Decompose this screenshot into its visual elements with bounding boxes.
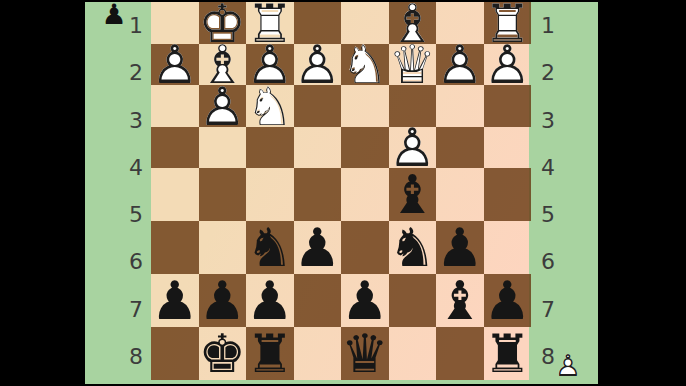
black-knight: ♞ xyxy=(246,221,294,274)
square-r5-c4[interactable] xyxy=(294,168,342,221)
square-r2-c4[interactable]: ♟♙ xyxy=(294,44,342,86)
black-knight: ♞ xyxy=(389,221,437,274)
white-knight-outline: ♘ xyxy=(246,79,294,132)
square-r2-c1[interactable]: ♟♙ xyxy=(151,44,199,86)
square-r8-c1[interactable] xyxy=(151,327,199,380)
chess-board: ♚♔♜♖♝♗♜♖♟♙♝♗♟♙♟♙♞♘♛♕♟♙♟♙♟♙♞♘♟♙♝♞♟♞♟♟♟♟♟♝… xyxy=(151,2,529,380)
white-pawn: ♟♙ xyxy=(151,44,199,86)
white-pawn-outline: ♙ xyxy=(151,38,199,91)
white-pawn: ♟♙ xyxy=(389,127,437,169)
rank-label-left-2: 2 xyxy=(85,49,147,96)
square-r7-c2[interactable]: ♟ xyxy=(199,274,247,327)
square-r2-c7[interactable]: ♟♙ xyxy=(436,44,484,86)
square-r5-c2[interactable] xyxy=(199,168,247,221)
black-rook: ♜ xyxy=(246,327,294,380)
square-r4-c7[interactable] xyxy=(436,127,484,169)
rank-label-right-5: 5 xyxy=(534,191,594,238)
white-knight: ♞♘ xyxy=(246,85,294,127)
rank-labels-right: 12345678 xyxy=(534,2,594,380)
square-r6-c7[interactable]: ♟ xyxy=(436,221,484,274)
square-r2-c6[interactable]: ♛♕ xyxy=(389,44,437,86)
square-r3-c4[interactable] xyxy=(294,85,342,127)
black-pawn: ♟ xyxy=(151,274,199,327)
rank-label-right-8: 8 xyxy=(534,333,594,380)
black-bishop: ♝ xyxy=(389,168,437,221)
white-pawn-outline: ♙ xyxy=(199,79,247,132)
rank-label-left-3: 3 xyxy=(85,97,147,144)
rank-labels-left: 12345678 xyxy=(85,2,147,380)
black-pawn: ♟ xyxy=(294,221,342,274)
square-r4-c4[interactable] xyxy=(294,127,342,169)
square-r3-c1[interactable] xyxy=(151,85,199,127)
black-king: ♚ xyxy=(199,327,247,380)
rank-label-left-5: 5 xyxy=(85,191,147,238)
square-r4-c1[interactable] xyxy=(151,127,199,169)
square-r8-c7[interactable] xyxy=(436,327,484,380)
black-bishop: ♝ xyxy=(436,274,484,327)
rank-label-right-1: 1 xyxy=(534,2,594,49)
video-frame: ♟ ♟ ♙ 12345678 12345678 ♚♔♜♖♝♗♜♖♟♙♝♗♟♙♟♙… xyxy=(0,0,686,386)
white-knight-outline: ♘ xyxy=(341,38,389,91)
square-r5-c3[interactable] xyxy=(246,168,294,221)
rank-label-right-2: 2 xyxy=(534,49,594,96)
black-pawn: ♟ xyxy=(484,274,532,327)
white-pawn: ♟♙ xyxy=(294,44,342,86)
square-r5-c5[interactable] xyxy=(341,168,389,221)
square-r6-c3[interactable]: ♞ xyxy=(246,221,294,274)
rank-label-right-4: 4 xyxy=(534,144,594,191)
rank-label-left-6: 6 xyxy=(85,238,147,285)
white-knight: ♞♘ xyxy=(341,44,389,86)
square-r4-c3[interactable] xyxy=(246,127,294,169)
square-r4-c6[interactable]: ♟♙ xyxy=(389,127,437,169)
rank-label-left-1: 1 xyxy=(85,2,147,49)
square-r7-c3[interactable]: ♟ xyxy=(246,274,294,327)
square-r2-c8[interactable]: ♟♙ xyxy=(484,44,532,86)
square-r7-c7[interactable]: ♝ xyxy=(436,274,484,327)
black-queen: ♛ xyxy=(341,327,389,380)
white-queen-outline: ♕ xyxy=(389,38,437,91)
square-r7-c6[interactable] xyxy=(389,274,437,327)
rank-label-right-6: 6 xyxy=(534,238,594,285)
square-r4-c8[interactable] xyxy=(484,127,532,169)
rank-label-right-7: 7 xyxy=(534,286,594,333)
square-r3-c8[interactable] xyxy=(484,85,532,127)
square-r5-c8[interactable] xyxy=(484,168,532,221)
square-r6-c5[interactable] xyxy=(341,221,389,274)
square-r6-c8[interactable] xyxy=(484,221,532,274)
black-pawn: ♟ xyxy=(199,274,247,327)
square-r8-c6[interactable] xyxy=(389,327,437,380)
black-pawn: ♟ xyxy=(341,274,389,327)
square-r3-c5[interactable] xyxy=(341,85,389,127)
square-r2-c5[interactable]: ♞♘ xyxy=(341,44,389,86)
rank-label-left-8: 8 xyxy=(85,333,147,380)
square-r5-c7[interactable] xyxy=(436,168,484,221)
square-r6-c1[interactable] xyxy=(151,221,199,274)
square-r5-c6[interactable]: ♝ xyxy=(389,168,437,221)
rank-label-left-4: 4 xyxy=(85,144,147,191)
white-pawn: ♟♙ xyxy=(199,85,247,127)
square-r7-c5[interactable]: ♟ xyxy=(341,274,389,327)
square-r3-c7[interactable] xyxy=(436,85,484,127)
square-r4-c2[interactable] xyxy=(199,127,247,169)
square-r7-c4[interactable] xyxy=(294,274,342,327)
square-r8-c5[interactable]: ♛ xyxy=(341,327,389,380)
square-r8-c2[interactable]: ♚ xyxy=(199,327,247,380)
square-r6-c6[interactable]: ♞ xyxy=(389,221,437,274)
square-r8-c4[interactable] xyxy=(294,327,342,380)
square-r3-c2[interactable]: ♟♙ xyxy=(199,85,247,127)
square-r4-c5[interactable] xyxy=(341,127,389,169)
square-r5-c1[interactable] xyxy=(151,168,199,221)
square-r6-c2[interactable] xyxy=(199,221,247,274)
black-pawn: ♟ xyxy=(436,221,484,274)
white-pawn: ♟♙ xyxy=(436,44,484,86)
white-pawn-outline: ♙ xyxy=(484,38,532,91)
rank-label-left-7: 7 xyxy=(85,286,147,333)
square-r3-c3[interactable]: ♞♘ xyxy=(246,85,294,127)
black-rook: ♜ xyxy=(484,327,532,380)
white-queen: ♛♕ xyxy=(389,44,437,86)
black-pawn: ♟ xyxy=(246,274,294,327)
white-pawn-outline: ♙ xyxy=(436,38,484,91)
white-pawn: ♟♙ xyxy=(484,44,532,86)
square-r7-c8[interactable]: ♟ xyxy=(484,274,532,327)
white-pawn-outline: ♙ xyxy=(294,38,342,91)
square-r7-c1[interactable]: ♟ xyxy=(151,274,199,327)
square-r6-c4[interactable]: ♟ xyxy=(294,221,342,274)
square-r8-c8[interactable]: ♜ xyxy=(484,327,532,380)
rank-label-right-3: 3 xyxy=(534,97,594,144)
square-r8-c3[interactable]: ♜ xyxy=(246,327,294,380)
